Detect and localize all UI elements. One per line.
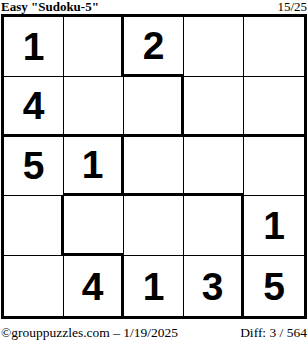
page-number: 15/25 <box>277 0 307 14</box>
cell-r1c4[interactable] <box>184 17 244 77</box>
sudoku-board: 1245114135 <box>1 14 307 319</box>
cell-r3c4[interactable] <box>184 137 244 197</box>
cell-r4c3[interactable] <box>124 196 184 256</box>
cell-r4c1[interactable] <box>4 196 64 256</box>
difficulty-text: Diff: 3 / 564 <box>240 325 307 341</box>
cell-r2c5[interactable] <box>244 77 304 137</box>
cell-r2c4[interactable] <box>184 77 244 137</box>
cell-r5c2-given: 4 <box>64 256 124 316</box>
cell-r1c5[interactable] <box>244 17 304 77</box>
cell-r4c5-given: 1 <box>244 196 304 256</box>
cell-r5c4-given: 3 <box>184 256 244 316</box>
cell-r4c2[interactable] <box>64 196 124 256</box>
cell-r3c2-given: 1 <box>64 137 124 197</box>
cell-r5c3-given: 1 <box>124 256 184 316</box>
cell-r1c1-given: 1 <box>4 17 64 77</box>
cell-r2c1-given: 4 <box>4 77 64 137</box>
cell-r4c4[interactable] <box>184 196 244 256</box>
footer: ©grouppuzzles.com – 1/19/2025 Diff: 3 / … <box>0 325 308 341</box>
cell-r5c1[interactable] <box>4 256 64 316</box>
header: Easy "Sudoku-5" 15/25 <box>0 0 308 14</box>
cell-r2c3[interactable] <box>124 77 184 137</box>
cell-r1c3-given: 2 <box>124 17 184 77</box>
cell-r3c5[interactable] <box>244 137 304 197</box>
cell-r2c2[interactable] <box>64 77 124 137</box>
puzzle-page: Easy "Sudoku-5" 15/25 1245114135 ©groupp… <box>0 0 308 343</box>
cell-r3c3[interactable] <box>124 137 184 197</box>
cell-r1c2[interactable] <box>64 17 124 77</box>
cell-r3c1-given: 5 <box>4 137 64 197</box>
puzzle-title: Easy "Sudoku-5" <box>1 0 99 14</box>
cell-r5c5-given: 5 <box>244 256 304 316</box>
copyright-text: ©grouppuzzles.com – 1/19/2025 <box>1 325 178 341</box>
